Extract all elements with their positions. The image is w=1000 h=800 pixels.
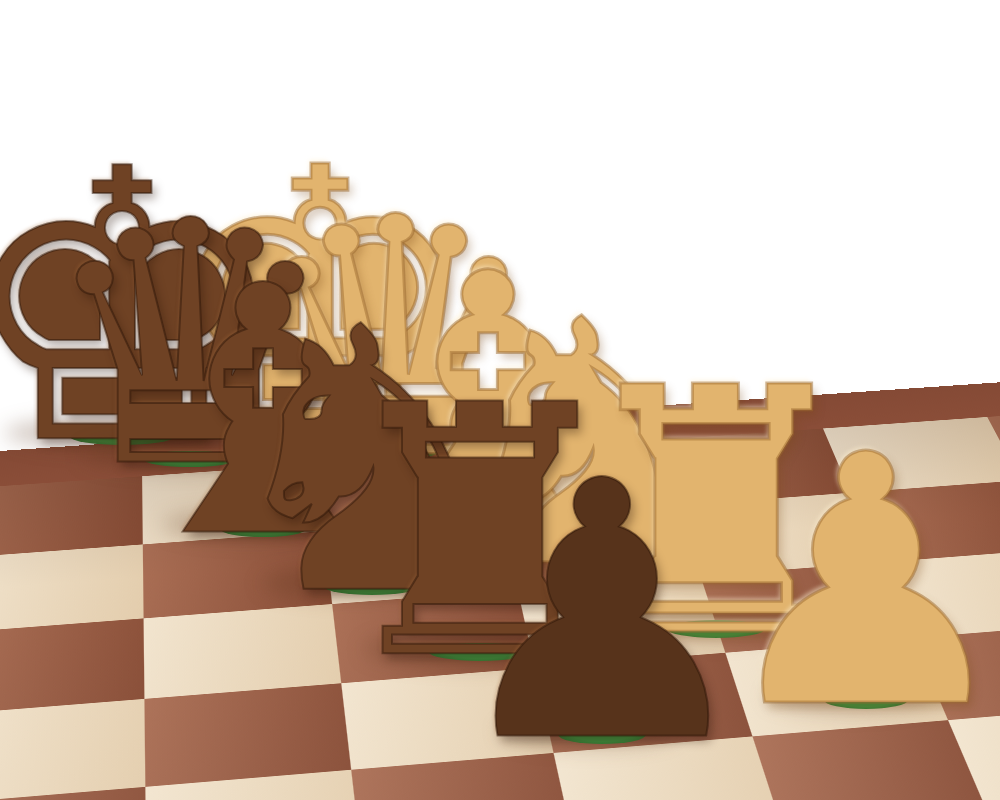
pieces-layer: ♚ ♚ ♛ ♛ ♝ ♝ ♞ bbox=[0, 0, 1000, 800]
dark-pawn-glyph: ♟ bbox=[443, 435, 761, 790]
chess-set-photo: ♚ ♚ ♛ ♛ ♝ ♝ ♞ bbox=[0, 0, 1000, 800]
piece-dark-pawn: ♟ bbox=[0, 0, 1000, 800]
